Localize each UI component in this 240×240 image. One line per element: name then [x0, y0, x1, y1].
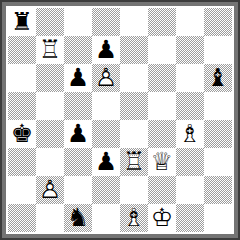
- square-h6[interactable]: ♝: [204, 64, 232, 92]
- black-king-icon: ♚: [8, 120, 36, 148]
- square-f3[interactable]: ♛♕: [148, 148, 176, 176]
- square-d6[interactable]: ♟♙: [92, 64, 120, 92]
- square-g7[interactable]: [176, 36, 204, 64]
- square-c4[interactable]: ♟: [64, 120, 92, 148]
- square-e8[interactable]: [120, 8, 148, 36]
- white-rook-icon: ♜♖: [36, 36, 64, 64]
- black-pawn-icon: ♟: [92, 148, 120, 176]
- square-b7[interactable]: ♜♖: [36, 36, 64, 64]
- square-e2[interactable]: [120, 176, 148, 204]
- square-h1[interactable]: [204, 204, 232, 232]
- square-e6[interactable]: [120, 64, 148, 92]
- square-b4[interactable]: [36, 120, 64, 148]
- square-e7[interactable]: [120, 36, 148, 64]
- board-inner-border: ♜♜♖♟♟♟♙♝♚♟♝♗♟♜♖♛♕♟♙♞♝♗♚♔: [6, 6, 234, 234]
- square-c5[interactable]: [64, 92, 92, 120]
- white-queen-icon: ♛♕: [148, 148, 176, 176]
- white-bishop-icon: ♝♗: [120, 204, 148, 232]
- square-c7[interactable]: [64, 36, 92, 64]
- square-h8[interactable]: [204, 8, 232, 36]
- square-c3[interactable]: [64, 148, 92, 176]
- square-f7[interactable]: [148, 36, 176, 64]
- square-d7[interactable]: ♟: [92, 36, 120, 64]
- square-d5[interactable]: [92, 92, 120, 120]
- square-g1[interactable]: [176, 204, 204, 232]
- square-h5[interactable]: [204, 92, 232, 120]
- square-c2[interactable]: [64, 176, 92, 204]
- white-pawn-icon: ♟♙: [36, 176, 64, 204]
- square-e3[interactable]: ♜♖: [120, 148, 148, 176]
- square-a2[interactable]: [8, 176, 36, 204]
- black-bishop-icon: ♝: [204, 64, 232, 92]
- square-d3[interactable]: ♟: [92, 148, 120, 176]
- square-g8[interactable]: [176, 8, 204, 36]
- square-c8[interactable]: [64, 8, 92, 36]
- square-c6[interactable]: ♟: [64, 64, 92, 92]
- square-g5[interactable]: [176, 92, 204, 120]
- square-a1[interactable]: [8, 204, 36, 232]
- square-a6[interactable]: [8, 64, 36, 92]
- black-knight-icon: ♞: [64, 204, 92, 232]
- black-pawn-icon: ♟: [64, 64, 92, 92]
- square-e1[interactable]: ♝♗: [120, 204, 148, 232]
- square-b2[interactable]: ♟♙: [36, 176, 64, 204]
- square-f8[interactable]: [148, 8, 176, 36]
- square-b5[interactable]: [36, 92, 64, 120]
- square-d4[interactable]: [92, 120, 120, 148]
- white-rook-icon: ♜♖: [120, 148, 148, 176]
- square-a3[interactable]: [8, 148, 36, 176]
- square-h4[interactable]: [204, 120, 232, 148]
- white-pawn-icon: ♟♙: [92, 64, 120, 92]
- square-g4[interactable]: ♝♗: [176, 120, 204, 148]
- square-h3[interactable]: [204, 148, 232, 176]
- square-e4[interactable]: [120, 120, 148, 148]
- square-g2[interactable]: [176, 176, 204, 204]
- square-f2[interactable]: [148, 176, 176, 204]
- square-c1[interactable]: ♞: [64, 204, 92, 232]
- square-d1[interactable]: [92, 204, 120, 232]
- chess-board: ♜♜♖♟♟♟♙♝♚♟♝♗♟♜♖♛♕♟♙♞♝♗♚♔: [8, 8, 232, 232]
- square-d2[interactable]: [92, 176, 120, 204]
- square-b1[interactable]: [36, 204, 64, 232]
- white-bishop-icon: ♝♗: [176, 120, 204, 148]
- chess-board-frame: ♜♜♖♟♟♟♙♝♚♟♝♗♟♜♖♛♕♟♙♞♝♗♚♔: [0, 0, 240, 240]
- square-a4[interactable]: ♚: [8, 120, 36, 148]
- square-f1[interactable]: ♚♔: [148, 204, 176, 232]
- square-a8[interactable]: ♜: [8, 8, 36, 36]
- square-g3[interactable]: [176, 148, 204, 176]
- square-e5[interactable]: [120, 92, 148, 120]
- square-d8[interactable]: [92, 8, 120, 36]
- square-f5[interactable]: [148, 92, 176, 120]
- square-a5[interactable]: [8, 92, 36, 120]
- square-h7[interactable]: [204, 36, 232, 64]
- square-b6[interactable]: [36, 64, 64, 92]
- white-king-icon: ♚♔: [148, 204, 176, 232]
- square-h2[interactable]: [204, 176, 232, 204]
- square-g6[interactable]: [176, 64, 204, 92]
- square-b3[interactable]: [36, 148, 64, 176]
- black-pawn-icon: ♟: [64, 120, 92, 148]
- square-f4[interactable]: [148, 120, 176, 148]
- square-a7[interactable]: [8, 36, 36, 64]
- square-f6[interactable]: [148, 64, 176, 92]
- black-rook-icon: ♜: [8, 8, 36, 36]
- square-b8[interactable]: [36, 8, 64, 36]
- black-pawn-icon: ♟: [92, 36, 120, 64]
